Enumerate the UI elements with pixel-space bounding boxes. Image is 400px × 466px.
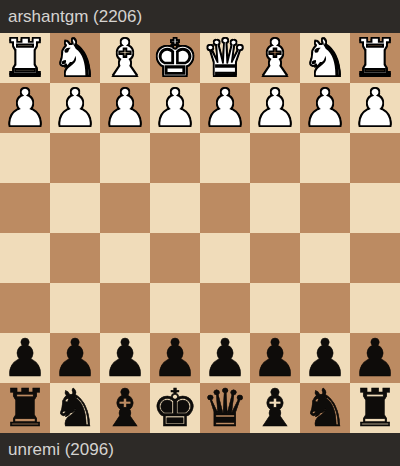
black-rook[interactable]: ♜: [352, 383, 399, 433]
square-e4[interactable]: [150, 183, 200, 233]
top-player-label: arshantgm (2206): [8, 0, 142, 33]
square-d1[interactable]: ♛: [200, 33, 250, 83]
square-f8[interactable]: ♝: [100, 383, 150, 433]
square-g6[interactable]: [50, 283, 100, 333]
square-a5[interactable]: [350, 233, 400, 283]
white-knight[interactable]: ♞: [302, 33, 349, 83]
square-e3[interactable]: [150, 133, 200, 183]
black-pawn[interactable]: ♟: [102, 333, 149, 383]
white-rook[interactable]: ♜: [352, 33, 399, 83]
square-g7[interactable]: ♟: [50, 333, 100, 383]
square-b4[interactable]: [300, 183, 350, 233]
white-pawn[interactable]: ♟: [202, 83, 249, 133]
square-h5[interactable]: [0, 233, 50, 283]
square-f5[interactable]: [100, 233, 150, 283]
square-a2[interactable]: ♟: [350, 83, 400, 133]
square-a4[interactable]: [350, 183, 400, 233]
white-pawn[interactable]: ♟: [352, 83, 399, 133]
black-knight[interactable]: ♞: [302, 383, 349, 433]
bottom-player-bar: unremi (2096): [0, 433, 400, 466]
square-f6[interactable]: [100, 283, 150, 333]
white-pawn[interactable]: ♟: [52, 83, 99, 133]
square-g8[interactable]: ♞: [50, 383, 100, 433]
square-c8[interactable]: ♝: [250, 383, 300, 433]
square-a8[interactable]: ♜: [350, 383, 400, 433]
square-f3[interactable]: [100, 133, 150, 183]
square-e5[interactable]: [150, 233, 200, 283]
square-c1[interactable]: ♝: [250, 33, 300, 83]
square-g1[interactable]: ♞: [50, 33, 100, 83]
white-pawn[interactable]: ♟: [302, 83, 349, 133]
square-c6[interactable]: [250, 283, 300, 333]
white-knight[interactable]: ♞: [52, 33, 99, 83]
black-bishop[interactable]: ♝: [102, 383, 149, 433]
square-h1[interactable]: ♜: [0, 33, 50, 83]
square-e6[interactable]: [150, 283, 200, 333]
square-d4[interactable]: [200, 183, 250, 233]
square-b7[interactable]: ♟: [300, 333, 350, 383]
white-bishop[interactable]: ♝: [102, 33, 149, 83]
white-rook[interactable]: ♜: [2, 33, 49, 83]
white-king[interactable]: ♚: [152, 33, 199, 83]
white-pawn[interactable]: ♟: [152, 83, 199, 133]
square-f1[interactable]: ♝: [100, 33, 150, 83]
black-pawn[interactable]: ♟: [302, 333, 349, 383]
square-e2[interactable]: ♟: [150, 83, 200, 133]
square-d8[interactable]: ♛: [200, 383, 250, 433]
square-b3[interactable]: [300, 133, 350, 183]
square-h8[interactable]: ♜: [0, 383, 50, 433]
square-c4[interactable]: [250, 183, 300, 233]
white-pawn[interactable]: ♟: [252, 83, 299, 133]
square-f4[interactable]: [100, 183, 150, 233]
black-pawn[interactable]: ♟: [252, 333, 299, 383]
top-player-bar: arshantgm (2206): [0, 0, 400, 33]
black-rook[interactable]: ♜: [2, 383, 49, 433]
square-e7[interactable]: ♟: [150, 333, 200, 383]
square-b2[interactable]: ♟: [300, 83, 350, 133]
square-d6[interactable]: [200, 283, 250, 333]
square-b5[interactable]: [300, 233, 350, 283]
square-h4[interactable]: [0, 183, 50, 233]
black-pawn[interactable]: ♟: [152, 333, 199, 383]
square-g5[interactable]: [50, 233, 100, 283]
white-bishop[interactable]: ♝: [252, 33, 299, 83]
square-a6[interactable]: [350, 283, 400, 333]
square-c7[interactable]: ♟: [250, 333, 300, 383]
black-king[interactable]: ♚: [152, 383, 199, 433]
square-a1[interactable]: ♜: [350, 33, 400, 83]
white-queen[interactable]: ♛: [202, 33, 249, 83]
square-f7[interactable]: ♟: [100, 333, 150, 383]
black-queen[interactable]: ♛: [202, 383, 249, 433]
black-pawn[interactable]: ♟: [202, 333, 249, 383]
square-e8[interactable]: ♚: [150, 383, 200, 433]
square-h6[interactable]: [0, 283, 50, 333]
black-knight[interactable]: ♞: [52, 383, 99, 433]
black-bishop[interactable]: ♝: [252, 383, 299, 433]
chess-board[interactable]: ♜♞♝♚♛♝♞♜♟♟♟♟♟♟♟♟♟♟♟♟♟♟♟♟♜♞♝♚♛♝♞♜: [0, 33, 400, 433]
square-b6[interactable]: [300, 283, 350, 333]
black-pawn[interactable]: ♟: [2, 333, 49, 383]
square-d7[interactable]: ♟: [200, 333, 250, 383]
square-c2[interactable]: ♟: [250, 83, 300, 133]
square-f2[interactable]: ♟: [100, 83, 150, 133]
square-d5[interactable]: [200, 233, 250, 283]
black-pawn[interactable]: ♟: [352, 333, 399, 383]
square-b1[interactable]: ♞: [300, 33, 350, 83]
white-pawn[interactable]: ♟: [2, 83, 49, 133]
square-b8[interactable]: ♞: [300, 383, 350, 433]
square-g3[interactable]: [50, 133, 100, 183]
black-pawn[interactable]: ♟: [52, 333, 99, 383]
square-d2[interactable]: ♟: [200, 83, 250, 133]
square-a3[interactable]: [350, 133, 400, 183]
bottom-player-label: unremi (2096): [8, 433, 114, 466]
square-c3[interactable]: [250, 133, 300, 183]
square-h2[interactable]: ♟: [0, 83, 50, 133]
white-pawn[interactable]: ♟: [102, 83, 149, 133]
square-c5[interactable]: [250, 233, 300, 283]
square-a7[interactable]: ♟: [350, 333, 400, 383]
square-e1[interactable]: ♚: [150, 33, 200, 83]
square-d3[interactable]: [200, 133, 250, 183]
square-h7[interactable]: ♟: [0, 333, 50, 383]
square-h3[interactable]: [0, 133, 50, 183]
square-g2[interactable]: ♟: [50, 83, 100, 133]
square-g4[interactable]: [50, 183, 100, 233]
chess-app-window: arshantgm (2206) ♜♞♝♚♛♝♞♜♟♟♟♟♟♟♟♟♟♟♟♟♟♟♟…: [0, 0, 400, 466]
